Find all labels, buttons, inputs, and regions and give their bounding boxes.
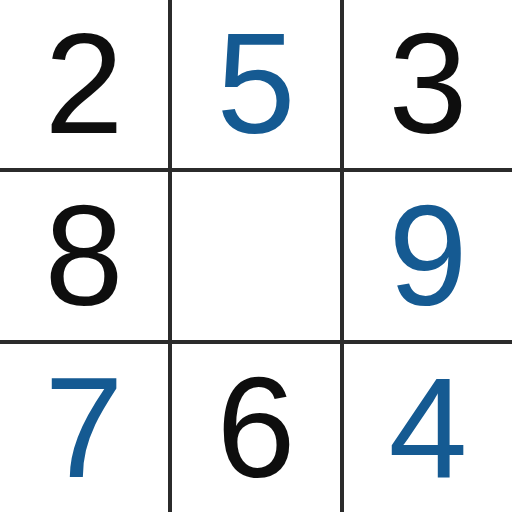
sudoku-cell-r1c2[interactable]: 9 (344, 172, 512, 340)
sudoku-board: 2 5 3 8 9 7 6 4 (0, 0, 512, 512)
sudoku-cell-r0c0[interactable]: 2 (0, 0, 168, 168)
sudoku-cell-r0c2[interactable]: 3 (344, 0, 512, 168)
sudoku-cell-r2c1[interactable]: 6 (172, 344, 340, 512)
sudoku-cell-r2c0[interactable]: 7 (0, 344, 168, 512)
sudoku-cell-r0c1[interactable]: 5 (172, 0, 340, 168)
sudoku-cell-r1c1[interactable] (172, 172, 340, 340)
sudoku-cell-r2c2[interactable]: 4 (344, 344, 512, 512)
sudoku-cell-r1c0[interactable]: 8 (0, 172, 168, 340)
